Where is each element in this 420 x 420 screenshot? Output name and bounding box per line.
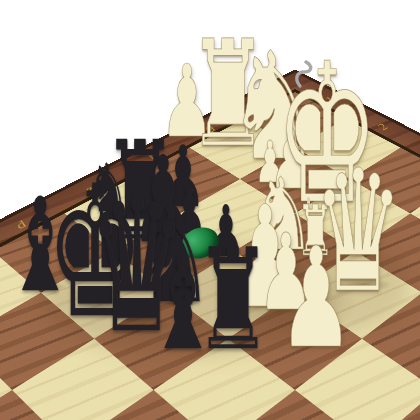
- pieces-layer: ♟♜♞♟♟♚♟♞♟♜♟♞♜♟♛♝♞♟♟♚♛♟♝♜: [0, 0, 420, 420]
- chess-set-photo: abcdefgh 12345678 ♟♜♞♟♟♚♟♞♟♜♟♞♜♟♛♝♞♟♟♚♛♟…: [0, 0, 420, 420]
- black-rook: ♜: [194, 231, 271, 370]
- white-pawn: ♟: [279, 229, 353, 367]
